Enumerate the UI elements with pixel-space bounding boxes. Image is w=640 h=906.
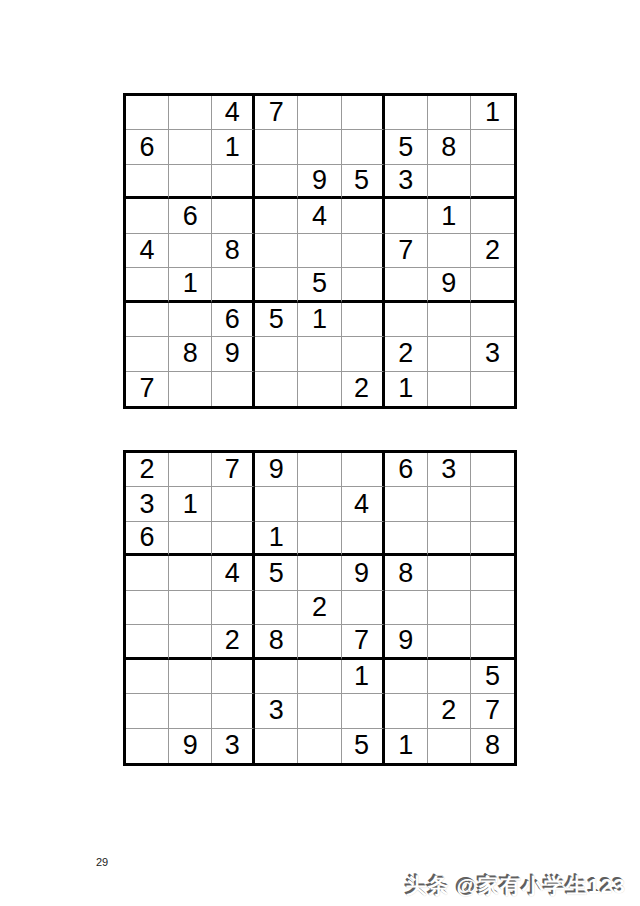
- p2-cell-r5c5[interactable]: 2: [298, 591, 341, 625]
- p2-cell-r2c2[interactable]: 1: [169, 487, 212, 521]
- p2-cell-r4c4[interactable]: 5: [255, 556, 298, 590]
- p1-cell-r4c6[interactable]: [342, 199, 385, 233]
- p1-cell-r1c4[interactable]: 7: [255, 96, 298, 130]
- p2-cell-r6c2[interactable]: [169, 625, 212, 659]
- p1-cell-r1c7[interactable]: [385, 96, 428, 130]
- p2-cell-r6c6[interactable]: 7: [342, 625, 385, 659]
- p2-cell-r9c4[interactable]: [255, 729, 298, 763]
- p1-cell-r3c2[interactable]: [169, 165, 212, 199]
- p1-cell-r6c9[interactable]: [471, 268, 514, 302]
- p1-cell-r7c6[interactable]: [342, 303, 385, 337]
- p2-cell-r3c2[interactable]: [169, 522, 212, 556]
- p1-cell-r8c4[interactable]: [255, 337, 298, 371]
- p1-cell-r7c4[interactable]: 5: [255, 303, 298, 337]
- p1-cell-r3c5[interactable]: 9: [298, 165, 341, 199]
- p1-cell-r5c9[interactable]: 2: [471, 234, 514, 268]
- p1-cell-r1c9[interactable]: 1: [471, 96, 514, 130]
- p1-cell-r4c5[interactable]: 4: [298, 199, 341, 233]
- p2-cell-r4c5[interactable]: [298, 556, 341, 590]
- p1-cell-r6c5[interactable]: 5: [298, 268, 341, 302]
- p2-cell-r4c2[interactable]: [169, 556, 212, 590]
- p2-cell-r7c2[interactable]: [169, 660, 212, 694]
- p2-cell-r6c9[interactable]: [471, 625, 514, 659]
- p1-cell-r9c4[interactable]: [255, 372, 298, 406]
- p1-cell-r9c3[interactable]: [212, 372, 255, 406]
- p1-cell-r3c9[interactable]: [471, 165, 514, 199]
- p2-cell-r9c7[interactable]: 1: [385, 729, 428, 763]
- p2-cell-r5c8[interactable]: [428, 591, 471, 625]
- p2-cell-r2c8[interactable]: [428, 487, 471, 521]
- p1-cell-r9c8[interactable]: [428, 372, 471, 406]
- p1-cell-r5c2[interactable]: [169, 234, 212, 268]
- p1-cell-r9c1[interactable]: 7: [126, 372, 169, 406]
- p1-cell-r4c1[interactable]: [126, 199, 169, 233]
- p2-cell-r1c9[interactable]: [471, 453, 514, 487]
- p2-cell-r5c6[interactable]: [342, 591, 385, 625]
- p1-cell-r5c1[interactable]: 4: [126, 234, 169, 268]
- p1-cell-r3c8[interactable]: [428, 165, 471, 199]
- p1-cell-r7c1[interactable]: [126, 303, 169, 337]
- p1-cell-r2c6[interactable]: [342, 130, 385, 164]
- p2-cell-r6c5[interactable]: [298, 625, 341, 659]
- p2-cell-r7c3[interactable]: [212, 660, 255, 694]
- p2-cell-r1c5[interactable]: [298, 453, 341, 487]
- p1-cell-r7c5[interactable]: 1: [298, 303, 341, 337]
- p2-cell-r1c1[interactable]: 2: [126, 453, 169, 487]
- p2-cell-r8c6[interactable]: [342, 694, 385, 728]
- p2-cell-r2c1[interactable]: 3: [126, 487, 169, 521]
- p1-cell-r4c4[interactable]: [255, 199, 298, 233]
- p1-cell-r4c3[interactable]: [212, 199, 255, 233]
- p1-cell-r2c5[interactable]: [298, 130, 341, 164]
- worksheet-page: 471615895364148721596518923721 279633146…: [0, 0, 640, 906]
- p2-cell-r9c8[interactable]: [428, 729, 471, 763]
- p2-cell-r8c8[interactable]: 2: [428, 694, 471, 728]
- p2-cell-r9c1[interactable]: [126, 729, 169, 763]
- p1-cell-r9c5[interactable]: [298, 372, 341, 406]
- p1-cell-r1c5[interactable]: [298, 96, 341, 130]
- p2-cell-r3c6[interactable]: [342, 522, 385, 556]
- p1-cell-r6c8[interactable]: 9: [428, 268, 471, 302]
- p1-cell-r1c6[interactable]: [342, 96, 385, 130]
- p2-cell-r2c6[interactable]: 4: [342, 487, 385, 521]
- p1-cell-r4c2[interactable]: 6: [169, 199, 212, 233]
- p1-cell-r6c4[interactable]: [255, 268, 298, 302]
- p1-cell-r3c6[interactable]: 5: [342, 165, 385, 199]
- p1-cell-r9c2[interactable]: [169, 372, 212, 406]
- p2-cell-r9c6[interactable]: 5: [342, 729, 385, 763]
- p2-cell-r3c5[interactable]: [298, 522, 341, 556]
- p2-cell-r7c5[interactable]: [298, 660, 341, 694]
- p2-cell-r7c8[interactable]: [428, 660, 471, 694]
- p2-cell-r3c1[interactable]: 6: [126, 522, 169, 556]
- p1-cell-r8c1[interactable]: [126, 337, 169, 371]
- p1-cell-r5c3[interactable]: 8: [212, 234, 255, 268]
- p2-cell-r7c9[interactable]: 5: [471, 660, 514, 694]
- p2-cell-r5c2[interactable]: [169, 591, 212, 625]
- p1-cell-r5c7[interactable]: 7: [385, 234, 428, 268]
- p2-cell-r8c7[interactable]: [385, 694, 428, 728]
- p2-cell-r4c9[interactable]: [471, 556, 514, 590]
- p1-cell-r3c7[interactable]: 3: [385, 165, 428, 199]
- p1-cell-r8c8[interactable]: [428, 337, 471, 371]
- p1-cell-r4c9[interactable]: [471, 199, 514, 233]
- sudoku-grid-2: 27963314614598228791532793518: [123, 450, 517, 766]
- p2-cell-r6c3[interactable]: 2: [212, 625, 255, 659]
- p2-cell-r4c1[interactable]: [126, 556, 169, 590]
- watermark: 头条 @家有小学生123: [406, 872, 626, 900]
- p1-cell-r7c2[interactable]: [169, 303, 212, 337]
- p1-cell-r5c6[interactable]: [342, 234, 385, 268]
- p2-cell-r1c7[interactable]: 6: [385, 453, 428, 487]
- p1-cell-r8c3[interactable]: 9: [212, 337, 255, 371]
- p2-cell-r6c8[interactable]: [428, 625, 471, 659]
- p2-cell-r1c2[interactable]: [169, 453, 212, 487]
- p1-cell-r6c2[interactable]: 1: [169, 268, 212, 302]
- p1-cell-r9c6[interactable]: 2: [342, 372, 385, 406]
- p1-cell-r7c7[interactable]: [385, 303, 428, 337]
- p1-cell-r3c3[interactable]: [212, 165, 255, 199]
- sudoku-grid-1: 471615895364148721596518923721: [123, 93, 517, 409]
- p1-cell-r8c9[interactable]: 3: [471, 337, 514, 371]
- p1-cell-r2c2[interactable]: [169, 130, 212, 164]
- p1-cell-r2c3[interactable]: 1: [212, 130, 255, 164]
- p2-cell-r4c6[interactable]: 9: [342, 556, 385, 590]
- p2-cell-r9c2[interactable]: 9: [169, 729, 212, 763]
- page-number: 29: [96, 856, 108, 868]
- p1-cell-r1c1[interactable]: [126, 96, 169, 130]
- p2-cell-r9c3[interactable]: 3: [212, 729, 255, 763]
- p1-cell-r1c8[interactable]: [428, 96, 471, 130]
- p1-cell-r8c5[interactable]: [298, 337, 341, 371]
- p1-cell-r6c3[interactable]: [212, 268, 255, 302]
- p2-cell-r3c7[interactable]: [385, 522, 428, 556]
- p2-cell-r2c9[interactable]: [471, 487, 514, 521]
- p2-cell-r8c5[interactable]: [298, 694, 341, 728]
- p1-cell-r3c1[interactable]: [126, 165, 169, 199]
- p1-cell-r9c9[interactable]: [471, 372, 514, 406]
- p2-cell-r7c1[interactable]: [126, 660, 169, 694]
- p2-cell-r5c4[interactable]: [255, 591, 298, 625]
- p1-cell-r5c5[interactable]: [298, 234, 341, 268]
- p2-cell-r5c1[interactable]: [126, 591, 169, 625]
- p2-cell-r1c6[interactable]: [342, 453, 385, 487]
- p2-cell-r2c5[interactable]: [298, 487, 341, 521]
- p1-cell-r5c4[interactable]: [255, 234, 298, 268]
- p1-cell-r7c8[interactable]: [428, 303, 471, 337]
- p1-cell-r7c3[interactable]: 6: [212, 303, 255, 337]
- p2-cell-r3c8[interactable]: [428, 522, 471, 556]
- p2-cell-r5c9[interactable]: [471, 591, 514, 625]
- p2-cell-r7c7[interactable]: [385, 660, 428, 694]
- p1-cell-r9c7[interactable]: 1: [385, 372, 428, 406]
- p1-cell-r4c7[interactable]: [385, 199, 428, 233]
- p2-cell-r1c8[interactable]: 3: [428, 453, 471, 487]
- p2-cell-r3c3[interactable]: [212, 522, 255, 556]
- p2-cell-r5c3[interactable]: [212, 591, 255, 625]
- p2-cell-r4c7[interactable]: 8: [385, 556, 428, 590]
- p2-cell-r4c8[interactable]: [428, 556, 471, 590]
- p2-cell-r1c4[interactable]: 9: [255, 453, 298, 487]
- p2-cell-r3c9[interactable]: [471, 522, 514, 556]
- p2-cell-r8c1[interactable]: [126, 694, 169, 728]
- p2-cell-r6c7[interactable]: 9: [385, 625, 428, 659]
- p2-cell-r3c4[interactable]: 1: [255, 522, 298, 556]
- p1-cell-r2c7[interactable]: 5: [385, 130, 428, 164]
- p2-cell-r8c2[interactable]: [169, 694, 212, 728]
- p1-cell-r7c9[interactable]: [471, 303, 514, 337]
- p2-cell-r9c9[interactable]: 8: [471, 729, 514, 763]
- p1-cell-r8c6[interactable]: [342, 337, 385, 371]
- p2-cell-r2c7[interactable]: [385, 487, 428, 521]
- p1-cell-r2c9[interactable]: [471, 130, 514, 164]
- p1-cell-r2c1[interactable]: 6: [126, 130, 169, 164]
- p2-cell-r2c4[interactable]: [255, 487, 298, 521]
- p1-cell-r8c7[interactable]: 2: [385, 337, 428, 371]
- p2-cell-r6c1[interactable]: [126, 625, 169, 659]
- p2-cell-r8c3[interactable]: [212, 694, 255, 728]
- p1-cell-r2c8[interactable]: 8: [428, 130, 471, 164]
- p2-cell-r4c3[interactable]: 4: [212, 556, 255, 590]
- p1-cell-r1c3[interactable]: 4: [212, 96, 255, 130]
- p2-cell-r6c4[interactable]: 8: [255, 625, 298, 659]
- p1-cell-r4c8[interactable]: 1: [428, 199, 471, 233]
- p2-cell-r8c4[interactable]: 3: [255, 694, 298, 728]
- p2-cell-r9c5[interactable]: [298, 729, 341, 763]
- p1-cell-r1c2[interactable]: [169, 96, 212, 130]
- p2-cell-r7c4[interactable]: [255, 660, 298, 694]
- p1-cell-r6c6[interactable]: [342, 268, 385, 302]
- p1-cell-r5c8[interactable]: [428, 234, 471, 268]
- p2-cell-r1c3[interactable]: 7: [212, 453, 255, 487]
- p1-cell-r3c4[interactable]: [255, 165, 298, 199]
- p2-cell-r7c6[interactable]: 1: [342, 660, 385, 694]
- p2-cell-r8c9[interactable]: 7: [471, 694, 514, 728]
- p1-cell-r2c4[interactable]: [255, 130, 298, 164]
- p1-cell-r6c1[interactable]: [126, 268, 169, 302]
- p2-cell-r5c7[interactable]: [385, 591, 428, 625]
- p1-cell-r8c2[interactable]: 8: [169, 337, 212, 371]
- p2-cell-r2c3[interactable]: [212, 487, 255, 521]
- p1-cell-r6c7[interactable]: [385, 268, 428, 302]
